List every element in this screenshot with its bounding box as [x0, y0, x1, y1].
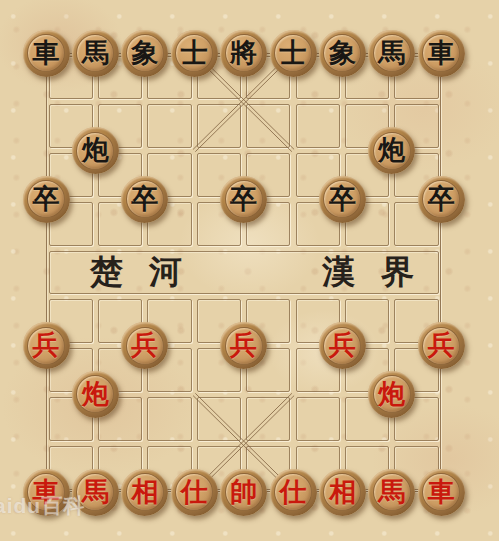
piece-face: 象: [126, 34, 164, 72]
piece-face: 相: [126, 473, 164, 511]
piece-character: 車: [428, 479, 455, 506]
piece-character: 馬: [378, 479, 405, 506]
piece-character: 仕: [181, 479, 208, 506]
board-cell: [296, 104, 340, 148]
piece-face: 兵: [323, 327, 361, 365]
piece-black-soldier[interactable]: 卒: [220, 176, 267, 223]
piece-black-chariot[interactable]: 車: [418, 30, 465, 77]
piece-character: 帥: [230, 479, 257, 506]
piece-black-general[interactable]: 將: [220, 30, 267, 77]
piece-character: 相: [329, 479, 356, 506]
piece-character: 馬: [82, 40, 109, 67]
piece-face: 馬: [373, 34, 411, 72]
piece-face: 炮: [373, 375, 411, 413]
board-cell: [147, 397, 191, 441]
piece-character: 象: [131, 40, 158, 67]
piece-character: 仕: [280, 479, 307, 506]
piece-face: 炮: [373, 132, 411, 170]
piece-black-soldier[interactable]: 卒: [319, 176, 366, 223]
piece-character: 兵: [131, 332, 158, 359]
piece-character: 炮: [378, 381, 405, 408]
piece-black-cannon[interactable]: 炮: [368, 127, 415, 174]
piece-black-advisor[interactable]: 士: [270, 30, 317, 77]
piece-character: 兵: [33, 332, 60, 359]
piece-face: 馬: [373, 473, 411, 511]
piece-character: 卒: [131, 186, 158, 213]
piece-character: 士: [181, 40, 208, 67]
xiangqi-board: 楚河 漢界 車馬象士將士象馬車炮炮卒卒卒卒卒兵兵兵兵兵炮炮車馬相仕帥仕相馬車 a…: [0, 0, 499, 541]
piece-face: 士: [175, 34, 213, 72]
piece-red-horse[interactable]: 馬: [368, 469, 415, 516]
piece-face: 象: [323, 34, 361, 72]
piece-black-elephant[interactable]: 象: [319, 30, 366, 77]
piece-character: 炮: [82, 381, 109, 408]
piece-black-soldier[interactable]: 卒: [418, 176, 465, 223]
piece-black-elephant[interactable]: 象: [121, 30, 168, 77]
piece-character: 卒: [230, 186, 257, 213]
river-label-han-jie: 漢界: [322, 247, 440, 297]
piece-red-cannon[interactable]: 炮: [72, 371, 119, 418]
piece-character: 馬: [82, 479, 109, 506]
piece-face: 炮: [76, 132, 114, 170]
board-cell: [147, 104, 191, 148]
piece-character: 車: [33, 40, 60, 67]
piece-red-soldier[interactable]: 兵: [220, 322, 267, 369]
piece-character: 車: [428, 40, 455, 67]
piece-red-advisor[interactable]: 仕: [171, 469, 218, 516]
piece-face: 卒: [225, 180, 263, 218]
piece-character: 兵: [230, 332, 257, 359]
piece-character: 士: [280, 40, 307, 67]
river-label-chu-he: 楚河: [90, 247, 208, 297]
piece-character: 馬: [378, 40, 405, 67]
piece-face: 仕: [175, 473, 213, 511]
piece-face: 車: [422, 473, 460, 511]
piece-character: 卒: [33, 186, 60, 213]
piece-face: 仕: [274, 473, 312, 511]
piece-face: 將: [225, 34, 263, 72]
piece-character: 炮: [378, 137, 405, 164]
piece-black-advisor[interactable]: 士: [171, 30, 218, 77]
piece-red-horse[interactable]: 馬: [72, 469, 119, 516]
piece-red-soldier[interactable]: 兵: [23, 322, 70, 369]
piece-red-elephant[interactable]: 相: [319, 469, 366, 516]
piece-face: 炮: [76, 375, 114, 413]
board-cell: [246, 104, 290, 148]
piece-face: 兵: [27, 327, 65, 365]
piece-black-chariot[interactable]: 車: [23, 30, 70, 77]
piece-face: 馬: [76, 34, 114, 72]
piece-face: 卒: [27, 180, 65, 218]
piece-face: 卒: [422, 180, 460, 218]
piece-face: 馬: [76, 473, 114, 511]
piece-face: 兵: [422, 327, 460, 365]
piece-black-horse[interactable]: 馬: [72, 30, 119, 77]
piece-character: 卒: [428, 186, 455, 213]
board-cell: [296, 397, 340, 441]
piece-face: 車: [422, 34, 460, 72]
piece-character: 車: [33, 479, 60, 506]
piece-face: 車: [27, 473, 65, 511]
piece-black-soldier[interactable]: 卒: [121, 176, 168, 223]
piece-red-soldier[interactable]: 兵: [319, 322, 366, 369]
piece-character: 將: [230, 40, 257, 67]
piece-black-soldier[interactable]: 卒: [23, 176, 70, 223]
piece-character: 象: [329, 40, 356, 67]
piece-character: 卒: [329, 186, 356, 213]
piece-red-general[interactable]: 帥: [220, 469, 267, 516]
piece-face: 相: [323, 473, 361, 511]
piece-character: 兵: [329, 332, 356, 359]
piece-character: 相: [131, 479, 158, 506]
piece-face: 卒: [126, 180, 164, 218]
board-cell: [197, 397, 241, 441]
piece-face: 卒: [323, 180, 361, 218]
piece-face: 兵: [126, 327, 164, 365]
board-cell: [246, 397, 290, 441]
piece-red-cannon[interactable]: 炮: [368, 371, 415, 418]
piece-black-horse[interactable]: 馬: [368, 30, 415, 77]
piece-red-chariot[interactable]: 車: [23, 469, 70, 516]
piece-black-cannon[interactable]: 炮: [72, 127, 119, 174]
piece-face: 兵: [225, 327, 263, 365]
piece-character: 兵: [428, 332, 455, 359]
piece-red-elephant[interactable]: 相: [121, 469, 168, 516]
board-cell: [197, 104, 241, 148]
piece-red-chariot[interactable]: 車: [418, 469, 465, 516]
piece-face: 車: [27, 34, 65, 72]
piece-red-advisor[interactable]: 仕: [270, 469, 317, 516]
piece-red-soldier[interactable]: 兵: [418, 322, 465, 369]
piece-face: 士: [274, 34, 312, 72]
piece-face: 帥: [225, 473, 263, 511]
piece-character: 炮: [82, 137, 109, 164]
